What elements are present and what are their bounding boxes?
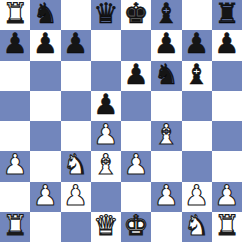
square-h4[interactable] — [212, 121, 242, 151]
square-f5[interactable] — [151, 91, 181, 121]
square-a7[interactable]: ♟ — [0, 30, 30, 60]
square-h7[interactable]: ♟ — [212, 30, 242, 60]
chess-board: ♜♞♛♚♝♜♟♟♟♟♟♟♟♞♝♟♟♝♟♞♝♟♟♟♟♟♟♜♛♚♞♜ — [0, 0, 242, 242]
square-h3[interactable] — [212, 151, 242, 181]
piece-white-pawn[interactable]: ♟ — [33, 182, 58, 210]
square-c3[interactable]: ♞ — [61, 151, 91, 181]
square-e7[interactable] — [121, 30, 151, 60]
square-g5[interactable] — [182, 91, 212, 121]
square-b6[interactable] — [30, 61, 60, 91]
square-g1[interactable]: ♞ — [182, 212, 212, 242]
piece-black-pawn[interactable]: ♟ — [214, 30, 239, 58]
square-d2[interactable] — [91, 182, 121, 212]
piece-white-bishop[interactable]: ♝ — [93, 151, 118, 179]
square-g6[interactable]: ♝ — [182, 61, 212, 91]
square-b7[interactable]: ♟ — [30, 30, 60, 60]
square-c4[interactable] — [61, 121, 91, 151]
square-g8[interactable] — [182, 0, 212, 30]
square-d8[interactable]: ♛ — [91, 0, 121, 30]
square-c5[interactable] — [61, 91, 91, 121]
square-d4[interactable]: ♟ — [91, 121, 121, 151]
square-a2[interactable] — [0, 182, 30, 212]
square-c2[interactable]: ♟ — [61, 182, 91, 212]
piece-white-pawn[interactable]: ♟ — [214, 182, 239, 210]
square-c1[interactable] — [61, 212, 91, 242]
square-f4[interactable]: ♝ — [151, 121, 181, 151]
piece-black-bishop[interactable]: ♝ — [154, 0, 179, 28]
square-e6[interactable]: ♟ — [121, 61, 151, 91]
piece-white-knight[interactable]: ♞ — [63, 151, 88, 179]
piece-white-bishop[interactable]: ♝ — [154, 121, 179, 149]
piece-black-pawn[interactable]: ♟ — [154, 30, 179, 58]
square-b5[interactable] — [30, 91, 60, 121]
piece-black-knight[interactable]: ♞ — [154, 61, 179, 89]
square-b2[interactable]: ♟ — [30, 182, 60, 212]
piece-white-rook[interactable]: ♜ — [3, 212, 28, 240]
square-h8[interactable]: ♜ — [212, 0, 242, 30]
piece-white-pawn[interactable]: ♟ — [3, 151, 28, 179]
piece-white-pawn[interactable]: ♟ — [184, 182, 209, 210]
square-h1[interactable]: ♜ — [212, 212, 242, 242]
square-e4[interactable] — [121, 121, 151, 151]
square-c7[interactable]: ♟ — [61, 30, 91, 60]
square-g4[interactable] — [182, 121, 212, 151]
square-c6[interactable] — [61, 61, 91, 91]
piece-black-knight[interactable]: ♞ — [33, 0, 58, 28]
piece-black-pawn[interactable]: ♟ — [3, 30, 28, 58]
piece-black-pawn[interactable]: ♟ — [63, 30, 88, 58]
piece-white-queen[interactable]: ♛ — [93, 212, 118, 240]
square-e5[interactable] — [121, 91, 151, 121]
piece-black-pawn[interactable]: ♟ — [93, 91, 118, 119]
piece-white-king[interactable]: ♚ — [124, 212, 149, 240]
piece-black-pawn[interactable]: ♟ — [184, 30, 209, 58]
piece-black-queen[interactable]: ♛ — [93, 0, 118, 28]
square-g3[interactable] — [182, 151, 212, 181]
square-e2[interactable] — [121, 182, 151, 212]
piece-white-rook[interactable]: ♜ — [3, 0, 28, 28]
square-a3[interactable]: ♟ — [0, 151, 30, 181]
piece-black-pawn[interactable]: ♟ — [33, 30, 58, 58]
piece-white-pawn[interactable]: ♟ — [154, 182, 179, 210]
square-f8[interactable]: ♝ — [151, 0, 181, 30]
square-f2[interactable]: ♟ — [151, 182, 181, 212]
square-g2[interactable]: ♟ — [182, 182, 212, 212]
square-a5[interactable] — [0, 91, 30, 121]
piece-white-pawn[interactable]: ♟ — [124, 151, 149, 179]
square-b8[interactable]: ♞ — [30, 0, 60, 30]
piece-white-pawn[interactable]: ♟ — [63, 182, 88, 210]
piece-black-king[interactable]: ♚ — [124, 0, 149, 28]
square-e1[interactable]: ♚ — [121, 212, 151, 242]
square-h2[interactable]: ♟ — [212, 182, 242, 212]
piece-white-pawn[interactable]: ♟ — [93, 121, 118, 149]
square-b4[interactable] — [30, 121, 60, 151]
square-e3[interactable]: ♟ — [121, 151, 151, 181]
square-b1[interactable] — [30, 212, 60, 242]
square-d3[interactable]: ♝ — [91, 151, 121, 181]
square-c8[interactable] — [61, 0, 91, 30]
square-h5[interactable] — [212, 91, 242, 121]
square-a8[interactable]: ♜ — [0, 0, 30, 30]
square-g7[interactable]: ♟ — [182, 30, 212, 60]
square-f3[interactable] — [151, 151, 181, 181]
square-f6[interactable]: ♞ — [151, 61, 181, 91]
square-f1[interactable] — [151, 212, 181, 242]
square-a1[interactable]: ♜ — [0, 212, 30, 242]
piece-white-rook[interactable]: ♜ — [214, 212, 239, 240]
square-d6[interactable] — [91, 61, 121, 91]
piece-black-bishop[interactable]: ♝ — [184, 61, 209, 89]
square-d7[interactable] — [91, 30, 121, 60]
square-b3[interactable] — [30, 151, 60, 181]
square-f7[interactable]: ♟ — [151, 30, 181, 60]
square-d5[interactable]: ♟ — [91, 91, 121, 121]
square-h6[interactable] — [212, 61, 242, 91]
square-a4[interactable] — [0, 121, 30, 151]
square-d1[interactable]: ♛ — [91, 212, 121, 242]
square-e8[interactable]: ♚ — [121, 0, 151, 30]
piece-black-pawn[interactable]: ♟ — [124, 61, 149, 89]
square-a6[interactable] — [0, 61, 30, 91]
piece-black-rook[interactable]: ♜ — [214, 0, 239, 28]
piece-white-knight[interactable]: ♞ — [184, 212, 209, 240]
